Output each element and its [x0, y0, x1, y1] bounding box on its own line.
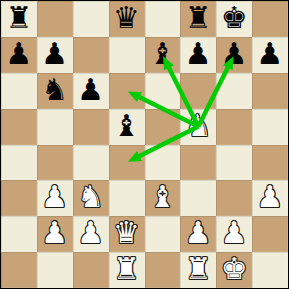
square-e8[interactable] — [145, 1, 181, 37]
square-e5[interactable] — [145, 109, 181, 145]
piece-white-bishop-e3[interactable]: ♝ — [149, 182, 176, 212]
square-h2[interactable] — [252, 216, 288, 252]
square-f1[interactable]: ♜ — [180, 252, 216, 288]
piece-black-rook-a8[interactable]: ♜ — [5, 3, 32, 33]
square-h8[interactable] — [252, 1, 288, 37]
square-g4[interactable] — [216, 145, 252, 181]
square-e2[interactable] — [145, 216, 181, 252]
square-h1[interactable] — [252, 252, 288, 288]
square-a8[interactable]: ♜ — [1, 1, 37, 37]
piece-white-knight-c3[interactable]: ♞ — [77, 182, 104, 212]
square-f7[interactable]: ♟ — [180, 37, 216, 73]
square-b6[interactable]: ♞ — [37, 73, 73, 109]
square-g6[interactable] — [216, 73, 252, 109]
piece-black-bishop-d5[interactable]: ♝ — [113, 111, 140, 141]
piece-black-king-g8[interactable]: ♚ — [221, 3, 248, 33]
square-f2[interactable]: ♟ — [180, 216, 216, 252]
piece-black-pawn-a7[interactable]: ♟ — [5, 39, 32, 69]
piece-white-knight-f5[interactable]: ♞ — [185, 111, 212, 141]
square-h5[interactable] — [252, 109, 288, 145]
piece-black-bishop-e7[interactable]: ♝ — [149, 39, 176, 69]
square-f5[interactable]: ♞ — [180, 109, 216, 145]
square-d4[interactable] — [109, 145, 145, 181]
square-h4[interactable] — [252, 145, 288, 181]
square-d6[interactable] — [109, 73, 145, 109]
piece-black-knight-b6[interactable]: ♞ — [41, 75, 68, 105]
piece-black-pawn-f7[interactable]: ♟ — [185, 39, 212, 69]
square-b4[interactable] — [37, 145, 73, 181]
square-a2[interactable] — [1, 216, 37, 252]
piece-black-pawn-h7[interactable]: ♟ — [257, 39, 284, 69]
square-g7[interactable]: ♟ — [216, 37, 252, 73]
square-c7[interactable] — [73, 37, 109, 73]
chess-board-grid: ♜♛♜♚♟♟♝♟♟♟♞♟♝♞♟♞♝♟♟♟♛♟♟♜♜♚ — [1, 1, 288, 288]
square-b3[interactable]: ♟ — [37, 180, 73, 216]
square-d2[interactable]: ♛ — [109, 216, 145, 252]
piece-white-pawn-g2[interactable]: ♟ — [221, 218, 248, 248]
square-d8[interactable]: ♛ — [109, 1, 145, 37]
piece-white-king-g1[interactable]: ♚ — [221, 254, 248, 284]
square-a1[interactable] — [1, 252, 37, 288]
square-f8[interactable]: ♜ — [180, 1, 216, 37]
piece-black-pawn-g7[interactable]: ♟ — [221, 39, 248, 69]
square-f3[interactable] — [180, 180, 216, 216]
piece-white-pawn-f2[interactable]: ♟ — [185, 218, 212, 248]
piece-white-pawn-b2[interactable]: ♟ — [41, 218, 68, 248]
square-a5[interactable] — [1, 109, 37, 145]
piece-black-pawn-c6[interactable]: ♟ — [77, 75, 104, 105]
square-d5[interactable]: ♝ — [109, 109, 145, 145]
square-g1[interactable]: ♚ — [216, 252, 252, 288]
square-c8[interactable] — [73, 1, 109, 37]
piece-white-rook-f1[interactable]: ♜ — [185, 254, 212, 284]
square-b7[interactable]: ♟ — [37, 37, 73, 73]
square-d7[interactable] — [109, 37, 145, 73]
square-c4[interactable] — [73, 145, 109, 181]
piece-white-pawn-b3[interactable]: ♟ — [41, 182, 68, 212]
square-d3[interactable] — [109, 180, 145, 216]
square-h7[interactable]: ♟ — [252, 37, 288, 73]
square-e4[interactable] — [145, 145, 181, 181]
square-b2[interactable]: ♟ — [37, 216, 73, 252]
piece-white-queen-d2[interactable]: ♛ — [113, 218, 140, 248]
square-c3[interactable]: ♞ — [73, 180, 109, 216]
chess-board: ♜♛♜♚♟♟♝♟♟♟♞♟♝♞♟♞♝♟♟♟♛♟♟♜♜♚ — [0, 0, 289, 289]
square-a3[interactable] — [1, 180, 37, 216]
square-b5[interactable] — [37, 109, 73, 145]
piece-black-queen-d8[interactable]: ♛ — [113, 3, 140, 33]
square-f4[interactable] — [180, 145, 216, 181]
square-h3[interactable]: ♟ — [252, 180, 288, 216]
square-g2[interactable]: ♟ — [216, 216, 252, 252]
square-c6[interactable]: ♟ — [73, 73, 109, 109]
piece-white-rook-d1[interactable]: ♜ — [113, 254, 140, 284]
square-e3[interactable]: ♝ — [145, 180, 181, 216]
square-b1[interactable] — [37, 252, 73, 288]
square-f6[interactable] — [180, 73, 216, 109]
square-g5[interactable] — [216, 109, 252, 145]
piece-black-pawn-b7[interactable]: ♟ — [41, 39, 68, 69]
square-a6[interactable] — [1, 73, 37, 109]
square-d1[interactable]: ♜ — [109, 252, 145, 288]
square-g8[interactable]: ♚ — [216, 1, 252, 37]
square-b8[interactable] — [37, 1, 73, 37]
square-a7[interactable]: ♟ — [1, 37, 37, 73]
piece-white-pawn-c2[interactable]: ♟ — [77, 218, 104, 248]
piece-white-pawn-h3[interactable]: ♟ — [257, 182, 284, 212]
square-c2[interactable]: ♟ — [73, 216, 109, 252]
square-g3[interactable] — [216, 180, 252, 216]
square-c5[interactable] — [73, 109, 109, 145]
square-h6[interactable] — [252, 73, 288, 109]
piece-black-rook-f8[interactable]: ♜ — [185, 3, 212, 33]
square-c1[interactable] — [73, 252, 109, 288]
square-e6[interactable] — [145, 73, 181, 109]
square-e1[interactable] — [145, 252, 181, 288]
square-a4[interactable] — [1, 145, 37, 181]
square-e7[interactable]: ♝ — [145, 37, 181, 73]
